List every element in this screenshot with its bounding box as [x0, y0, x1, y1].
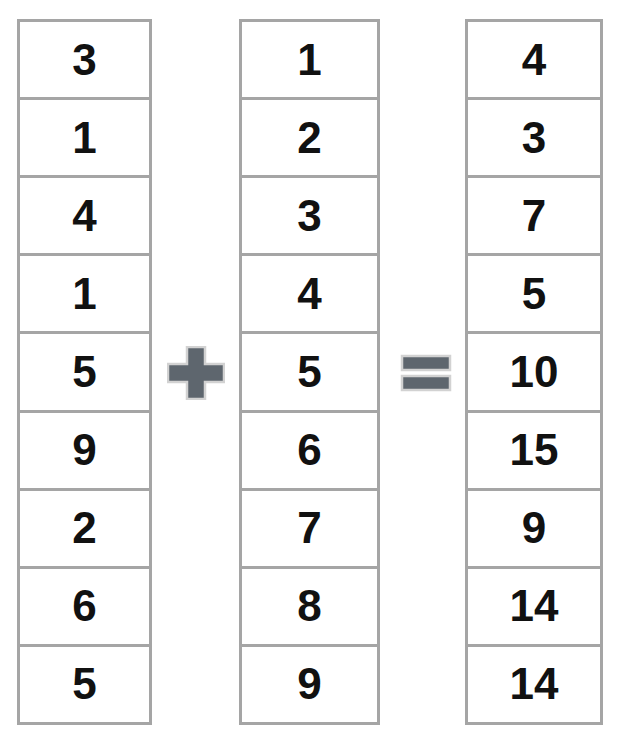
equals-icon-top-bar — [402, 356, 450, 370]
number-cell: 9 — [242, 647, 377, 722]
number-cell: 4 — [242, 256, 377, 331]
number-cell: 10 — [468, 334, 600, 409]
number-cell: 3 — [468, 100, 600, 175]
sum-column: 4375101591414 — [465, 19, 603, 725]
right-addend-column: 123456789 — [239, 19, 380, 725]
number-cell: 2 — [242, 100, 377, 175]
number-cell: 1 — [20, 256, 149, 331]
number-cell: 1 — [20, 100, 149, 175]
number-cell: 5 — [20, 334, 149, 409]
number-cell: 7 — [468, 178, 600, 253]
number-cell: 4 — [468, 22, 600, 97]
number-cell: 14 — [468, 569, 600, 644]
number-cell: 5 — [242, 334, 377, 409]
number-cell: 14 — [468, 647, 600, 722]
number-cell: 3 — [20, 22, 149, 97]
number-cell: 3 — [242, 178, 377, 253]
number-cell: 7 — [242, 491, 377, 566]
number-cell: 6 — [20, 569, 149, 644]
number-cell: 9 — [20, 413, 149, 488]
number-cell: 5 — [20, 647, 149, 722]
number-cell: 1 — [242, 22, 377, 97]
number-cell: 4 — [20, 178, 149, 253]
left-addend-column: 314159265 — [17, 19, 152, 725]
addition-worksheet: 314159265 123456789 4375101591414 — [0, 0, 626, 750]
plus-icon-shape — [168, 347, 224, 399]
plus-icon — [167, 346, 225, 404]
number-cell: 5 — [468, 256, 600, 331]
number-cell: 9 — [468, 491, 600, 566]
number-cell: 15 — [468, 413, 600, 488]
number-cell: 8 — [242, 569, 377, 644]
number-cell: 2 — [20, 491, 149, 566]
equals-icon — [400, 354, 452, 396]
number-cell: 6 — [242, 413, 377, 488]
equals-icon-bottom-bar — [402, 376, 450, 390]
